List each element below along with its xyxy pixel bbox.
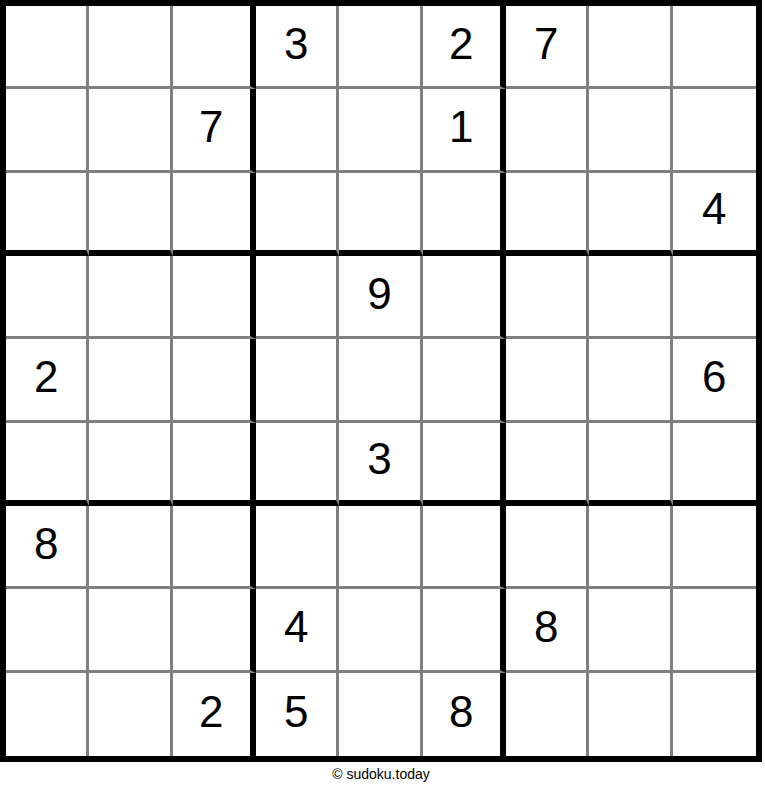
cell-r8c5[interactable] [339, 589, 422, 672]
cell-r3c9[interactable]: 4 [673, 173, 756, 256]
cell-r5c9[interactable]: 6 [673, 339, 756, 422]
cell-r1c3[interactable] [173, 6, 256, 89]
cell-r1c9[interactable] [673, 6, 756, 89]
cell-r5c4[interactable] [256, 339, 339, 422]
cell-r1c8[interactable] [589, 6, 672, 89]
cell-r2c3[interactable]: 7 [173, 89, 256, 172]
cell-r3c8[interactable] [589, 173, 672, 256]
cell-r4c3[interactable] [173, 256, 256, 339]
cell-r8c1[interactable] [6, 589, 89, 672]
cell-r9c7[interactable] [506, 673, 589, 756]
cell-r2c5[interactable] [339, 89, 422, 172]
cell-r7c2[interactable] [89, 506, 172, 589]
cell-r4c5[interactable]: 9 [339, 256, 422, 339]
cell-r1c4[interactable]: 3 [256, 6, 339, 89]
cell-r9c5[interactable] [339, 673, 422, 756]
cell-r2c9[interactable] [673, 89, 756, 172]
cell-r7c8[interactable] [589, 506, 672, 589]
cell-r6c8[interactable] [589, 423, 672, 506]
cell-r7c5[interactable] [339, 506, 422, 589]
cell-r6c4[interactable] [256, 423, 339, 506]
cell-r4c8[interactable] [589, 256, 672, 339]
cell-r6c7[interactable] [506, 423, 589, 506]
cell-r8c9[interactable] [673, 589, 756, 672]
cell-r8c8[interactable] [589, 589, 672, 672]
cell-r3c4[interactable] [256, 173, 339, 256]
cell-r8c3[interactable] [173, 589, 256, 672]
cell-r9c1[interactable] [6, 673, 89, 756]
cell-r9c2[interactable] [89, 673, 172, 756]
cell-r6c3[interactable] [173, 423, 256, 506]
cell-r8c4[interactable]: 4 [256, 589, 339, 672]
cell-r6c5[interactable]: 3 [339, 423, 422, 506]
cell-r5c5[interactable] [339, 339, 422, 422]
cell-r2c1[interactable] [6, 89, 89, 172]
cell-r4c7[interactable] [506, 256, 589, 339]
cell-r8c6[interactable] [423, 589, 506, 672]
cell-r9c6[interactable]: 8 [423, 673, 506, 756]
cell-r6c6[interactable] [423, 423, 506, 506]
cell-r1c7[interactable]: 7 [506, 6, 589, 89]
cell-r6c1[interactable] [6, 423, 89, 506]
cell-r2c4[interactable] [256, 89, 339, 172]
cell-r2c7[interactable] [506, 89, 589, 172]
cell-r1c1[interactable] [6, 6, 89, 89]
cell-r7c6[interactable] [423, 506, 506, 589]
cell-r9c9[interactable] [673, 673, 756, 756]
cell-r1c2[interactable] [89, 6, 172, 89]
cell-r1c5[interactable] [339, 6, 422, 89]
cell-r3c1[interactable] [6, 173, 89, 256]
cell-r7c9[interactable] [673, 506, 756, 589]
cell-r2c8[interactable] [589, 89, 672, 172]
cell-r7c1[interactable]: 8 [6, 506, 89, 589]
cell-r5c8[interactable] [589, 339, 672, 422]
cell-r5c7[interactable] [506, 339, 589, 422]
cell-r5c1[interactable]: 2 [6, 339, 89, 422]
cell-r7c7[interactable] [506, 506, 589, 589]
cell-r1c6[interactable]: 2 [423, 6, 506, 89]
cell-r4c2[interactable] [89, 256, 172, 339]
cell-r8c7[interactable]: 8 [506, 589, 589, 672]
cell-r3c7[interactable] [506, 173, 589, 256]
cell-r3c5[interactable] [339, 173, 422, 256]
cell-r3c3[interactable] [173, 173, 256, 256]
cell-r3c6[interactable] [423, 173, 506, 256]
cell-r5c6[interactable] [423, 339, 506, 422]
cell-r4c6[interactable] [423, 256, 506, 339]
cell-r7c4[interactable] [256, 506, 339, 589]
cell-r9c3[interactable]: 2 [173, 673, 256, 756]
cell-r5c2[interactable] [89, 339, 172, 422]
sudoku-board: 3277149263848258 [0, 0, 762, 762]
cell-r2c2[interactable] [89, 89, 172, 172]
cell-r6c2[interactable] [89, 423, 172, 506]
credit-text: © sudoku.today [0, 762, 762, 785]
cell-r7c3[interactable] [173, 506, 256, 589]
cell-r8c2[interactable] [89, 589, 172, 672]
cell-r5c3[interactable] [173, 339, 256, 422]
cell-r9c4[interactable]: 5 [256, 673, 339, 756]
cell-r2c6[interactable]: 1 [423, 89, 506, 172]
cell-r4c9[interactable] [673, 256, 756, 339]
cell-r3c2[interactable] [89, 173, 172, 256]
cell-r9c8[interactable] [589, 673, 672, 756]
cell-r4c4[interactable] [256, 256, 339, 339]
cell-r6c9[interactable] [673, 423, 756, 506]
cell-r4c1[interactable] [6, 256, 89, 339]
